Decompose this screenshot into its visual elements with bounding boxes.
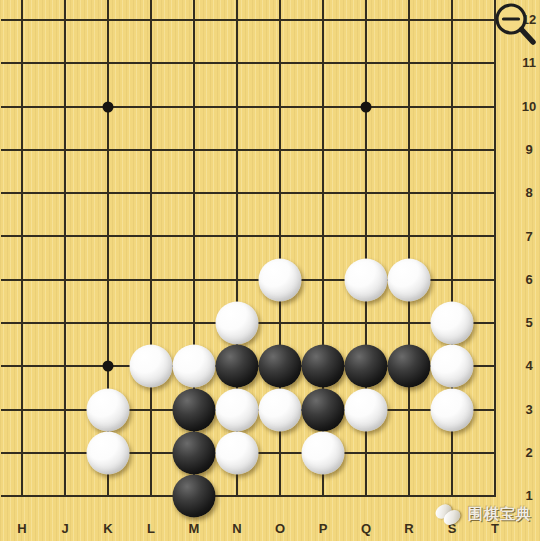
column-label-J: J (55, 521, 75, 537)
intersection-P7[interactable] (302, 215, 345, 258)
white-stone (302, 431, 345, 474)
white-stone (345, 258, 388, 301)
white-stone (388, 258, 431, 301)
white-stone (259, 258, 302, 301)
intersection-M3[interactable] (173, 388, 216, 431)
row-label-6: 6 (519, 272, 539, 288)
black-stone (345, 345, 388, 388)
intersection-S4[interactable] (431, 345, 474, 388)
intersection-T10[interactable] (474, 85, 517, 128)
column-label-S: S (442, 521, 462, 537)
intersection-M11[interactable] (173, 42, 216, 85)
intersection-S10[interactable] (431, 85, 474, 128)
black-stone (173, 388, 216, 431)
intersection-L12[interactable] (130, 0, 173, 42)
intersection-H8[interactable] (1, 172, 44, 215)
intersection-P4[interactable] (302, 345, 345, 388)
white-stone (431, 302, 474, 345)
intersection-N2[interactable] (216, 431, 259, 474)
intersection-N5[interactable] (216, 301, 259, 344)
intersection-N1[interactable] (216, 475, 259, 518)
row-label-8: 8 (519, 185, 539, 201)
intersection-H1[interactable] (1, 475, 44, 518)
intersection-N3[interactable] (216, 388, 259, 431)
intersection-K6[interactable] (87, 258, 130, 301)
intersection-M10[interactable] (173, 85, 216, 128)
intersection-O11[interactable] (259, 42, 302, 85)
intersection-P5[interactable] (302, 301, 345, 344)
zoom-out-magnifier-icon (492, 0, 540, 50)
intersection-K1[interactable] (87, 475, 130, 518)
intersection-K4[interactable] (87, 345, 130, 388)
intersection-L1[interactable] (130, 475, 173, 518)
row-label-11: 11 (519, 55, 539, 71)
intersection-H12[interactable] (1, 0, 44, 42)
intersection-P11[interactable] (302, 42, 345, 85)
intersection-L11[interactable] (130, 42, 173, 85)
intersection-O5[interactable] (259, 301, 302, 344)
intersection-S6[interactable] (431, 258, 474, 301)
go-board-grid[interactable] (1, 0, 517, 518)
intersection-O10[interactable] (259, 85, 302, 128)
intersection-J9[interactable] (44, 128, 87, 171)
white-stone (216, 431, 259, 474)
row-label-4: 4 (519, 358, 539, 374)
intersection-S8[interactable] (431, 172, 474, 215)
intersection-P1[interactable] (302, 475, 345, 518)
row-label-10: 10 (519, 99, 539, 115)
intersection-K3[interactable] (87, 388, 130, 431)
intersection-O12[interactable] (259, 0, 302, 42)
go-app-screen: HJKLMNOPQRST121110987654321 围棋宝典 (0, 0, 540, 541)
intersection-J3[interactable] (44, 388, 87, 431)
black-stone (173, 475, 216, 518)
intersection-O4[interactable] (259, 345, 302, 388)
white-stone (345, 388, 388, 431)
intersection-Q7[interactable] (345, 215, 388, 258)
column-label-K: K (98, 521, 118, 537)
star-point (103, 361, 114, 372)
column-label-O: O (270, 521, 290, 537)
intersection-T6[interactable] (474, 258, 517, 301)
intersection-O7[interactable] (259, 215, 302, 258)
intersection-M9[interactable] (173, 128, 216, 171)
intersection-L7[interactable] (130, 215, 173, 258)
black-stone (302, 345, 345, 388)
intersection-T8[interactable] (474, 172, 517, 215)
row-label-9: 9 (519, 142, 539, 158)
intersection-R4[interactable] (388, 345, 431, 388)
intersection-Q10[interactable] (345, 85, 388, 128)
star-point (103, 101, 114, 112)
intersection-J12[interactable] (44, 0, 87, 42)
intersection-T1[interactable] (474, 475, 517, 518)
intersection-H4[interactable] (1, 345, 44, 388)
intersection-Q12[interactable] (345, 0, 388, 42)
intersection-H5[interactable] (1, 301, 44, 344)
intersection-O8[interactable] (259, 172, 302, 215)
intersection-L6[interactable] (130, 258, 173, 301)
intersection-R2[interactable] (388, 431, 431, 474)
intersection-T5[interactable] (474, 301, 517, 344)
intersection-K10[interactable] (87, 85, 130, 128)
intersection-T3[interactable] (474, 388, 517, 431)
intersection-J6[interactable] (44, 258, 87, 301)
intersection-O6[interactable] (259, 258, 302, 301)
intersection-Q5[interactable] (345, 301, 388, 344)
intersection-L3[interactable] (130, 388, 173, 431)
column-label-N: N (227, 521, 247, 537)
intersection-O2[interactable] (259, 431, 302, 474)
intersection-P10[interactable] (302, 85, 345, 128)
intersection-R10[interactable] (388, 85, 431, 128)
intersection-O1[interactable] (259, 475, 302, 518)
intersection-T7[interactable] (474, 215, 517, 258)
black-stone (216, 345, 259, 388)
intersection-T2[interactable] (474, 431, 517, 474)
black-stone (173, 431, 216, 474)
intersection-S9[interactable] (431, 128, 474, 171)
white-stone (216, 388, 259, 431)
intersection-M2[interactable] (173, 431, 216, 474)
intersection-R5[interactable] (388, 301, 431, 344)
intersection-Q9[interactable] (345, 128, 388, 171)
intersection-Q3[interactable] (345, 388, 388, 431)
zoom-out-button[interactable] (492, 0, 540, 50)
intersection-K12[interactable] (87, 0, 130, 42)
intersection-Q8[interactable] (345, 172, 388, 215)
column-label-H: H (12, 521, 32, 537)
intersection-N11[interactable] (216, 42, 259, 85)
white-stone (216, 302, 259, 345)
intersection-H7[interactable] (1, 215, 44, 258)
intersection-Q2[interactable] (345, 431, 388, 474)
intersection-R3[interactable] (388, 388, 431, 431)
intersection-L8[interactable] (130, 172, 173, 215)
intersection-S2[interactable] (431, 431, 474, 474)
intersection-P6[interactable] (302, 258, 345, 301)
row-label-1: 1 (519, 488, 539, 504)
intersection-J7[interactable] (44, 215, 87, 258)
row-label-3: 3 (519, 402, 539, 418)
intersection-R11[interactable] (388, 42, 431, 85)
intersection-O9[interactable] (259, 128, 302, 171)
intersection-N7[interactable] (216, 215, 259, 258)
intersection-P8[interactable] (302, 172, 345, 215)
intersection-H2[interactable] (1, 431, 44, 474)
intersection-N12[interactable] (216, 0, 259, 42)
intersection-S11[interactable] (431, 42, 474, 85)
row-label-2: 2 (519, 445, 539, 461)
intersection-L10[interactable] (130, 85, 173, 128)
intersection-P9[interactable] (302, 128, 345, 171)
star-point (361, 101, 372, 112)
intersection-H9[interactable] (1, 128, 44, 171)
white-stone (431, 388, 474, 431)
intersection-R1[interactable] (388, 475, 431, 518)
intersection-M8[interactable] (173, 172, 216, 215)
intersection-L2[interactable] (130, 431, 173, 474)
intersection-P3[interactable] (302, 388, 345, 431)
intersection-S12[interactable] (431, 0, 474, 42)
intersection-J10[interactable] (44, 85, 87, 128)
intersection-M5[interactable] (173, 301, 216, 344)
intersection-M7[interactable] (173, 215, 216, 258)
intersection-H11[interactable] (1, 42, 44, 85)
intersection-Q1[interactable] (345, 475, 388, 518)
intersection-S7[interactable] (431, 215, 474, 258)
intersection-S5[interactable] (431, 301, 474, 344)
intersection-J1[interactable] (44, 475, 87, 518)
black-stone (259, 345, 302, 388)
intersection-J11[interactable] (44, 42, 87, 85)
intersection-R6[interactable] (388, 258, 431, 301)
intersection-Q6[interactable] (345, 258, 388, 301)
intersection-L4[interactable] (130, 345, 173, 388)
intersection-L5[interactable] (130, 301, 173, 344)
intersection-K2[interactable] (87, 431, 130, 474)
intersection-K9[interactable] (87, 128, 130, 171)
intersection-T4[interactable] (474, 345, 517, 388)
intersection-J4[interactable] (44, 345, 87, 388)
intersection-H6[interactable] (1, 258, 44, 301)
column-label-R: R (399, 521, 419, 537)
intersection-K7[interactable] (87, 215, 130, 258)
intersection-J8[interactable] (44, 172, 87, 215)
row-label-5: 5 (519, 315, 539, 331)
intersection-K11[interactable] (87, 42, 130, 85)
intersection-S3[interactable] (431, 388, 474, 431)
row-label-7: 7 (519, 229, 539, 245)
intersection-H10[interactable] (1, 85, 44, 128)
column-label-T: T (485, 521, 505, 537)
intersection-M12[interactable] (173, 0, 216, 42)
intersection-O3[interactable] (259, 388, 302, 431)
white-stone (87, 431, 130, 474)
intersection-R7[interactable] (388, 215, 431, 258)
intersection-K5[interactable] (87, 301, 130, 344)
intersection-S1[interactable] (431, 475, 474, 518)
column-label-P: P (313, 521, 333, 537)
intersection-R8[interactable] (388, 172, 431, 215)
white-stone (130, 345, 173, 388)
intersection-J2[interactable] (44, 431, 87, 474)
intersection-K8[interactable] (87, 172, 130, 215)
intersection-H3[interactable] (1, 388, 44, 431)
intersection-R12[interactable] (388, 0, 431, 42)
black-stone (388, 345, 431, 388)
intersection-Q4[interactable] (345, 345, 388, 388)
column-label-L: L (141, 521, 161, 537)
intersection-R9[interactable] (388, 128, 431, 171)
intersection-M6[interactable] (173, 258, 216, 301)
white-stone (431, 345, 474, 388)
column-label-Q: Q (356, 521, 376, 537)
intersection-N4[interactable] (216, 345, 259, 388)
white-stone (87, 388, 130, 431)
intersection-L9[interactable] (130, 128, 173, 171)
intersection-N9[interactable] (216, 128, 259, 171)
intersection-P2[interactable] (302, 431, 345, 474)
intersection-T9[interactable] (474, 128, 517, 171)
intersection-Q11[interactable] (345, 42, 388, 85)
white-stone (173, 345, 216, 388)
intersection-M1[interactable] (173, 475, 216, 518)
column-label-M: M (184, 521, 204, 537)
white-stone (259, 388, 302, 431)
intersection-P12[interactable] (302, 0, 345, 42)
intersection-N8[interactable] (216, 172, 259, 215)
black-stone (302, 388, 345, 431)
intersection-M4[interactable] (173, 345, 216, 388)
intersection-N6[interactable] (216, 258, 259, 301)
intersection-N10[interactable] (216, 85, 259, 128)
intersection-J5[interactable] (44, 301, 87, 344)
